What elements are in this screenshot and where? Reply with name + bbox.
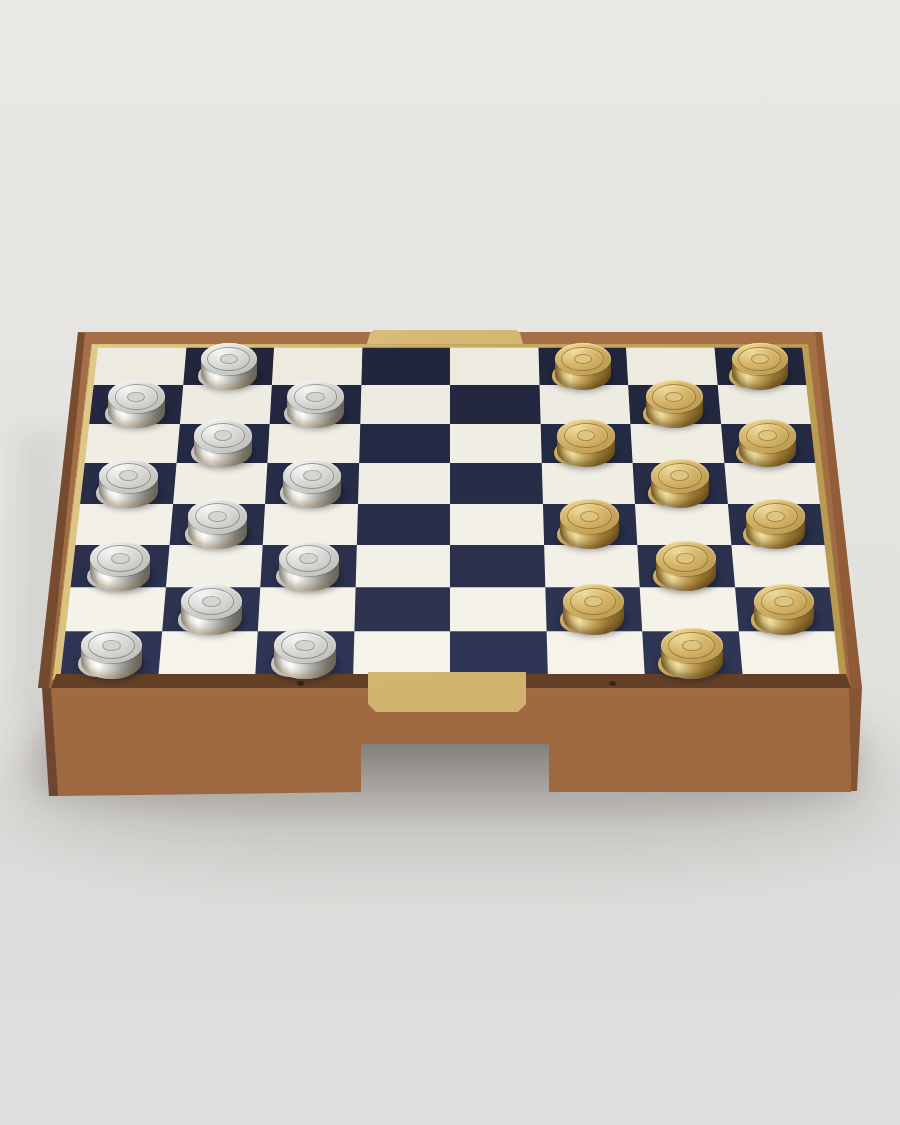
square-g4[interactable]: [635, 503, 731, 544]
square-e6[interactable]: [450, 424, 541, 463]
square-g5[interactable]: [633, 463, 728, 503]
square-d5[interactable]: [358, 463, 450, 503]
square-e7[interactable]: [450, 385, 540, 423]
square-e3[interactable]: [450, 545, 545, 588]
square-h5[interactable]: [724, 463, 820, 503]
square-a2[interactable]: [66, 588, 166, 632]
square-c1[interactable]: [255, 631, 354, 676]
square-b3[interactable]: [165, 545, 262, 588]
square-g2[interactable]: [640, 588, 739, 632]
square-f8[interactable]: [538, 348, 628, 386]
square-b2[interactable]: [162, 588, 261, 632]
square-b5[interactable]: [173, 463, 268, 503]
square-d3[interactable]: [355, 545, 450, 588]
square-f7[interactable]: [539, 385, 630, 423]
square-h2[interactable]: [735, 588, 835, 632]
square-a3[interactable]: [71, 545, 170, 588]
square-c6[interactable]: [267, 424, 359, 463]
square-a5[interactable]: [80, 463, 176, 503]
square-c2[interactable]: [258, 588, 355, 632]
square-a6[interactable]: [85, 424, 180, 463]
square-d4[interactable]: [356, 503, 450, 544]
square-a4[interactable]: [75, 503, 172, 544]
square-d2[interactable]: [354, 588, 450, 632]
square-h4[interactable]: [727, 503, 824, 544]
square-a7[interactable]: [89, 385, 182, 423]
square-f5[interactable]: [541, 463, 635, 503]
square-b6[interactable]: [176, 424, 270, 463]
square-d7[interactable]: [360, 385, 450, 423]
square-e5[interactable]: [450, 463, 542, 503]
square-a1[interactable]: [60, 631, 161, 676]
square-g1[interactable]: [642, 631, 742, 676]
square-b7[interactable]: [179, 385, 271, 423]
square-h3[interactable]: [731, 545, 830, 588]
square-h8[interactable]: [714, 348, 806, 386]
square-g6[interactable]: [630, 424, 724, 463]
square-c5[interactable]: [265, 463, 359, 503]
square-e4[interactable]: [450, 503, 544, 544]
square-d8[interactable]: [361, 348, 450, 386]
square-h6[interactable]: [721, 424, 816, 463]
product-photo-scene: [0, 0, 900, 1125]
square-a8[interactable]: [94, 348, 186, 386]
square-h7[interactable]: [717, 385, 810, 423]
square-b8[interactable]: [183, 348, 274, 386]
square-f2[interactable]: [545, 588, 642, 632]
square-f4[interactable]: [542, 503, 637, 544]
square-c4[interactable]: [263, 503, 358, 544]
board-brass-frame: [52, 344, 848, 680]
square-f6[interactable]: [540, 424, 632, 463]
square-e2[interactable]: [450, 588, 546, 632]
square-d1[interactable]: [353, 631, 450, 676]
square-g3[interactable]: [637, 545, 734, 588]
screw-dot-right: [609, 681, 616, 686]
square-c7[interactable]: [270, 385, 361, 423]
square-b1[interactable]: [158, 631, 258, 676]
square-h1[interactable]: [738, 631, 839, 676]
square-c3[interactable]: [260, 545, 356, 588]
square-d6[interactable]: [359, 424, 450, 463]
checkerboard: [60, 348, 839, 676]
square-g8[interactable]: [626, 348, 717, 386]
square-b4[interactable]: [169, 503, 265, 544]
square-c8[interactable]: [272, 348, 362, 386]
square-e8[interactable]: [450, 348, 539, 386]
screw-dot-left: [297, 681, 304, 686]
notch-floor-shadow: [352, 740, 560, 804]
square-g7[interactable]: [628, 385, 720, 423]
square-f3[interactable]: [544, 545, 640, 588]
square-f1[interactable]: [546, 631, 645, 676]
square-e1[interactable]: [450, 631, 547, 676]
